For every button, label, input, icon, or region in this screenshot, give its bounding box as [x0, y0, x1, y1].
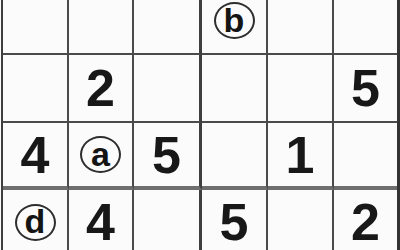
circled-label-a: a — [80, 136, 121, 173]
cell-r3c3[interactable]: 5 — [202, 190, 268, 250]
cell-r0c0[interactable] — [3, 0, 69, 55]
given-digit: 4 — [21, 129, 50, 181]
cell-r2c4[interactable]: 1 — [268, 123, 334, 190]
circled-label-b-text: b — [224, 3, 245, 37]
given-digit: 1 — [286, 129, 315, 181]
cell-r1c5[interactable]: 5 — [334, 55, 397, 123]
circled-label-d-text: d — [25, 204, 46, 238]
cell-r1c4[interactable] — [268, 55, 334, 123]
cell-r2c3[interactable] — [202, 123, 268, 190]
cell-r3c4[interactable] — [268, 190, 334, 250]
cell-r1c3[interactable] — [202, 55, 268, 123]
cell-r0c3[interactable]: b — [202, 0, 268, 55]
cell-r2c1[interactable]: a — [69, 123, 134, 190]
circled-label-a-text: a — [91, 137, 110, 171]
cell-r0c4[interactable] — [268, 0, 334, 55]
cell-r2c2[interactable]: 5 — [134, 123, 202, 190]
given-digit: 5 — [351, 62, 380, 114]
given-digit: 2 — [351, 196, 380, 248]
given-digit: 5 — [220, 196, 249, 248]
cell-r2c5[interactable] — [334, 123, 397, 190]
cell-r3c1[interactable]: 4 — [69, 190, 134, 250]
cell-r0c5[interactable] — [334, 0, 397, 55]
cell-r3c2[interactable] — [134, 190, 202, 250]
sudoku-board: b 2 5 4 a 5 1 d 4 5 2 — [1, 0, 400, 250]
cell-r1c0[interactable] — [3, 55, 69, 123]
cell-r1c1[interactable]: 2 — [69, 55, 134, 123]
cell-r3c5[interactable]: 2 — [334, 190, 397, 250]
given-digit: 4 — [86, 196, 115, 248]
cell-r1c2[interactable] — [134, 55, 202, 123]
given-digit: 2 — [86, 62, 115, 114]
given-digit: 5 — [152, 129, 181, 181]
circled-label-b: b — [214, 2, 255, 39]
cell-r0c1[interactable] — [69, 0, 134, 55]
cell-r3c0[interactable]: d — [3, 190, 69, 250]
cell-r2c0[interactable]: 4 — [3, 123, 69, 190]
circled-label-d: d — [15, 204, 56, 241]
cell-r0c2[interactable] — [134, 0, 202, 55]
